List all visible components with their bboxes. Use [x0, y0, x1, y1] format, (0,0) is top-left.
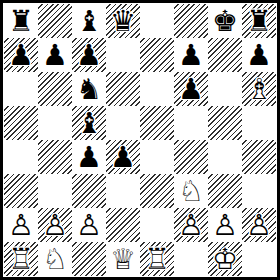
black-pawn-c7: ♟	[72, 38, 106, 72]
square-e2[interactable]	[140, 208, 174, 242]
white-bishop-h6: ♝♗	[242, 72, 276, 106]
black-king-g8: ♚	[208, 4, 242, 38]
white-pawn-a2: ♟♙	[4, 208, 38, 242]
square-f8[interactable]	[174, 4, 208, 38]
square-a8[interactable]: ♜	[4, 4, 38, 38]
white-rook-e1: ♜♖	[140, 242, 174, 276]
square-d8[interactable]: ♛	[106, 4, 140, 38]
square-c6[interactable]: ♞	[72, 72, 106, 106]
square-a5[interactable]	[4, 106, 38, 140]
square-e8[interactable]	[140, 4, 174, 38]
white-knight-b1: ♞♘	[38, 242, 72, 276]
square-e3[interactable]	[140, 174, 174, 208]
square-g6[interactable]	[208, 72, 242, 106]
piece-outline: ♖	[140, 242, 174, 276]
white-queen-d1: ♛♕	[106, 242, 140, 276]
square-d5[interactable]	[106, 106, 140, 140]
square-b4[interactable]	[38, 140, 72, 174]
square-b3[interactable]	[38, 174, 72, 208]
piece-outline: ♘	[38, 242, 72, 276]
black-rook-a8: ♜	[4, 4, 38, 38]
square-b7[interactable]: ♟	[38, 38, 72, 72]
square-f7[interactable]: ♟	[174, 38, 208, 72]
square-f2[interactable]: ♟♙	[174, 208, 208, 242]
white-pawn-c2: ♟♙	[72, 208, 106, 242]
square-g7[interactable]	[208, 38, 242, 72]
square-h1[interactable]	[242, 242, 276, 276]
square-c1[interactable]	[72, 242, 106, 276]
square-d3[interactable]	[106, 174, 140, 208]
square-h3[interactable]	[242, 174, 276, 208]
square-c2[interactable]: ♟♙	[72, 208, 106, 242]
black-knight-c6: ♞	[72, 72, 106, 106]
square-h8[interactable]: ♜	[242, 4, 276, 38]
square-b1[interactable]: ♞♘	[38, 242, 72, 276]
square-e6[interactable]	[140, 72, 174, 106]
piece-outline: ♙	[4, 208, 38, 242]
square-g3[interactable]	[208, 174, 242, 208]
square-h7[interactable]: ♟	[242, 38, 276, 72]
black-pawn-f6: ♟	[174, 72, 208, 106]
piece-outline: ♙	[208, 208, 242, 242]
square-f4[interactable]	[174, 140, 208, 174]
white-pawn-b2: ♟♙	[38, 208, 72, 242]
square-a6[interactable]	[4, 72, 38, 106]
square-h2[interactable]: ♟♙	[242, 208, 276, 242]
square-h4[interactable]	[242, 140, 276, 174]
black-queen-d8: ♛	[106, 4, 140, 38]
piece-outline: ♙	[242, 208, 276, 242]
square-d7[interactable]	[106, 38, 140, 72]
black-pawn-f7: ♟	[174, 38, 208, 72]
black-pawn-c4: ♟	[72, 140, 106, 174]
square-e1[interactable]: ♜♖	[140, 242, 174, 276]
square-c7[interactable]: ♟	[72, 38, 106, 72]
square-a7[interactable]: ♟	[4, 38, 38, 72]
square-d4[interactable]: ♟	[106, 140, 140, 174]
square-g2[interactable]: ♟♙	[208, 208, 242, 242]
white-pawn-f2: ♟♙	[174, 208, 208, 242]
square-b2[interactable]: ♟♙	[38, 208, 72, 242]
square-c4[interactable]: ♟	[72, 140, 106, 174]
black-pawn-d4: ♟	[106, 140, 140, 174]
square-g4[interactable]	[208, 140, 242, 174]
square-g1[interactable]: ♚♔	[208, 242, 242, 276]
piece-outline: ♕	[106, 242, 140, 276]
piece-outline: ♙	[38, 208, 72, 242]
piece-outline: ♗	[242, 72, 276, 106]
square-c8[interactable]: ♝	[72, 4, 106, 38]
square-g8[interactable]: ♚	[208, 4, 242, 38]
square-c3[interactable]	[72, 174, 106, 208]
square-b8[interactable]	[38, 4, 72, 38]
square-c5[interactable]: ♝	[72, 106, 106, 140]
chess-board: ♜♝♛♚♜♟♟♟♟♟♞♟♝♗♝♟♟♞♘♟♙♟♙♟♙♟♙♟♙♟♙♜♖♞♘♛♕♜♖♚…	[4, 4, 276, 276]
black-pawn-b7: ♟	[38, 38, 72, 72]
square-d6[interactable]	[106, 72, 140, 106]
black-rook-h8: ♜	[242, 4, 276, 38]
square-h5[interactable]	[242, 106, 276, 140]
piece-outline: ♔	[208, 242, 242, 276]
piece-outline: ♖	[4, 242, 38, 276]
square-b6[interactable]	[38, 72, 72, 106]
square-e5[interactable]	[140, 106, 174, 140]
black-pawn-h7: ♟	[242, 38, 276, 72]
square-a2[interactable]: ♟♙	[4, 208, 38, 242]
square-d2[interactable]	[106, 208, 140, 242]
black-bishop-c8: ♝	[72, 4, 106, 38]
square-f1[interactable]	[174, 242, 208, 276]
piece-outline: ♙	[174, 208, 208, 242]
square-f6[interactable]: ♟	[174, 72, 208, 106]
square-e7[interactable]	[140, 38, 174, 72]
piece-outline: ♘	[174, 174, 208, 208]
square-e4[interactable]	[140, 140, 174, 174]
square-h6[interactable]: ♝♗	[242, 72, 276, 106]
square-f3[interactable]: ♞♘	[174, 174, 208, 208]
square-a1[interactable]: ♜♖	[4, 242, 38, 276]
square-b5[interactable]	[38, 106, 72, 140]
black-pawn-a7: ♟	[4, 38, 38, 72]
square-a3[interactable]	[4, 174, 38, 208]
square-f5[interactable]	[174, 106, 208, 140]
white-king-g1: ♚♔	[208, 242, 242, 276]
square-d1[interactable]: ♛♕	[106, 242, 140, 276]
white-rook-a1: ♜♖	[4, 242, 38, 276]
white-pawn-g2: ♟♙	[208, 208, 242, 242]
piece-outline: ♙	[72, 208, 106, 242]
white-knight-f3: ♞♘	[174, 174, 208, 208]
square-a4[interactable]	[4, 140, 38, 174]
chess-diagram-frame: ♜♝♛♚♜♟♟♟♟♟♞♟♝♗♝♟♟♞♘♟♙♟♙♟♙♟♙♟♙♟♙♜♖♞♘♛♕♜♖♚…	[0, 0, 280, 280]
white-pawn-h2: ♟♙	[242, 208, 276, 242]
square-g5[interactable]	[208, 106, 242, 140]
black-bishop-c5: ♝	[72, 106, 106, 140]
